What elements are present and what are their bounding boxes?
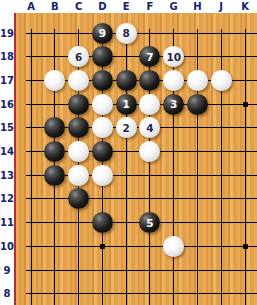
black-stone-D19[interactable]: 9 — [92, 23, 113, 44]
white-stone-G10[interactable] — [163, 236, 184, 257]
white-stone-C13[interactable] — [68, 165, 89, 186]
col-label-D: D — [94, 0, 110, 13]
grid-hline-19 — [26, 33, 257, 34]
frame-left-line — [14, 13, 16, 305]
black-stone-D11[interactable] — [92, 212, 113, 233]
row-label-12: 12 — [0, 192, 14, 205]
star-point-K10 — [243, 244, 248, 249]
move-number-6: 6 — [75, 51, 82, 63]
move-number-10: 10 — [166, 51, 181, 63]
move-number-4: 4 — [146, 122, 153, 134]
white-stone-D13[interactable] — [92, 165, 113, 186]
row-label-11: 11 — [0, 216, 14, 229]
black-stone-D18[interactable] — [92, 46, 113, 67]
star-point-K16 — [243, 102, 248, 107]
white-stone-C17[interactable] — [68, 70, 89, 91]
col-label-J: J — [213, 0, 229, 13]
white-stone-C14[interactable] — [68, 141, 89, 162]
row-label-9: 9 — [0, 264, 14, 277]
black-stone-G16[interactable]: 3 — [163, 94, 184, 115]
row-label-13: 13 — [0, 169, 14, 182]
grid-vline-K — [245, 29, 246, 305]
black-stone-C16[interactable] — [68, 94, 89, 115]
white-stone-F16[interactable] — [139, 94, 160, 115]
col-label-H: H — [190, 0, 206, 13]
white-stone-E19[interactable]: 8 — [116, 23, 137, 44]
black-stone-B13[interactable] — [44, 165, 65, 186]
row-label-18: 18 — [0, 50, 14, 63]
row-label-15: 15 — [0, 121, 14, 134]
row-label-10: 10 — [0, 240, 14, 253]
go-diagram: ABCDEFGHJK 1918171615141312111098 986710… — [0, 0, 257, 305]
move-number-3: 3 — [170, 98, 177, 110]
row-label-16: 16 — [0, 98, 14, 111]
white-stone-G17[interactable] — [163, 70, 184, 91]
black-stone-D17[interactable] — [92, 70, 113, 91]
grid-hline-8 — [26, 293, 257, 294]
white-stone-D16[interactable] — [92, 94, 113, 115]
row-label-17: 17 — [0, 74, 14, 87]
col-label-F: F — [142, 0, 158, 13]
col-label-K: K — [237, 0, 253, 13]
grid-hline-10 — [26, 246, 257, 247]
move-number-2: 2 — [122, 122, 129, 134]
grid-vline-A — [31, 29, 32, 305]
row-label-8: 8 — [0, 287, 14, 300]
black-stone-H16[interactable] — [187, 94, 208, 115]
row-label-14: 14 — [0, 145, 14, 158]
white-stone-D15[interactable] — [92, 117, 113, 138]
black-stone-D14[interactable] — [92, 141, 113, 162]
move-number-9: 9 — [99, 27, 106, 39]
col-label-C: C — [71, 0, 87, 13]
move-number-8: 8 — [122, 27, 129, 39]
black-stone-E17[interactable] — [116, 70, 137, 91]
col-label-E: E — [118, 0, 134, 13]
grid-hline-9 — [26, 270, 257, 271]
col-label-A: A — [23, 0, 39, 13]
move-number-7: 7 — [146, 51, 153, 63]
grid-hline-12 — [26, 198, 257, 199]
white-stone-H17[interactable] — [187, 70, 208, 91]
white-stone-J17[interactable] — [211, 70, 232, 91]
row-label-19: 19 — [0, 27, 14, 40]
move-number-5: 5 — [146, 217, 153, 229]
move-number-1: 1 — [122, 98, 129, 110]
star-point-D10 — [100, 244, 105, 249]
col-label-G: G — [166, 0, 182, 13]
col-label-B: B — [47, 0, 63, 13]
black-stone-E16[interactable]: 1 — [116, 94, 137, 115]
white-stone-E15[interactable]: 2 — [116, 117, 137, 138]
